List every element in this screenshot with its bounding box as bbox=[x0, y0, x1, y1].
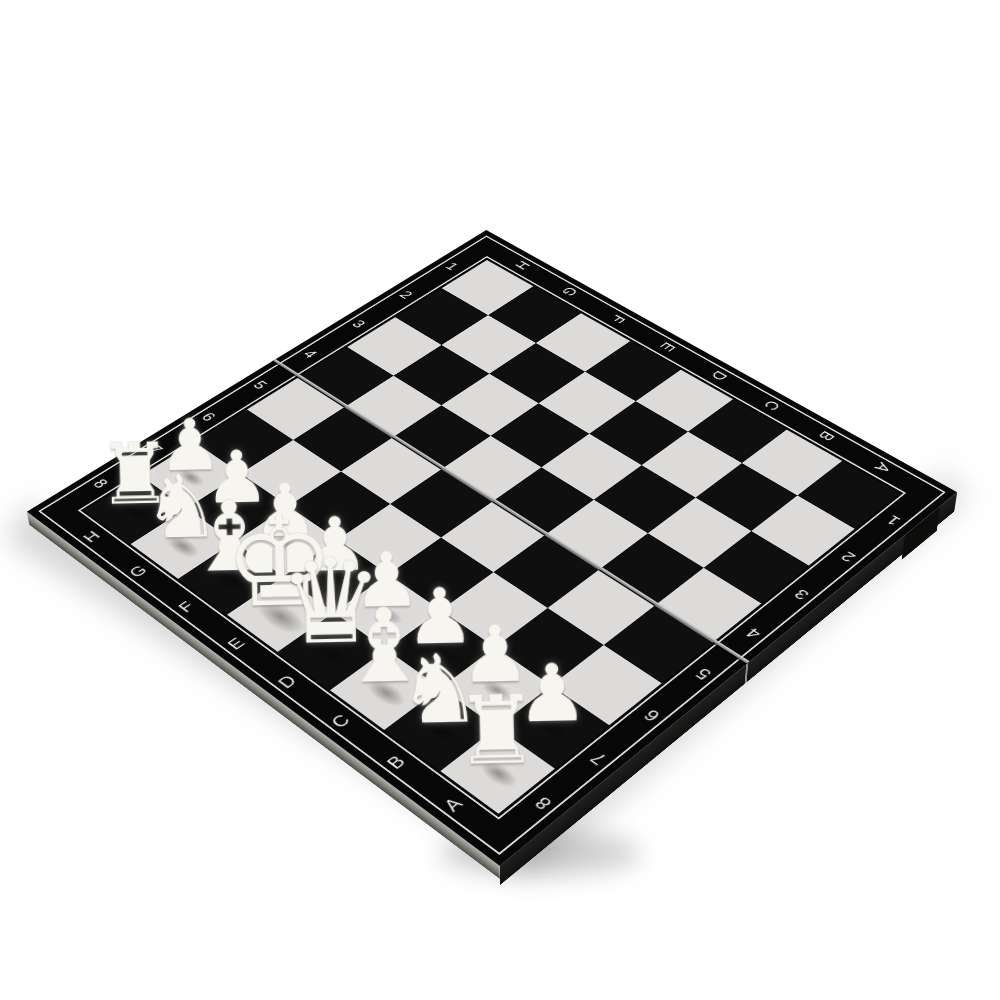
hinge-line bbox=[745, 663, 749, 684]
white-rook-glyph: ♜ bbox=[453, 682, 540, 778]
scene: { "game": "chess", "scene": { "descripti… bbox=[0, 0, 1000, 1000]
chess-board[interactable]: 1234567812345678HGFEDCBAHGFEDCBA♜♞♝♛♚♝♞♜… bbox=[27, 230, 957, 866]
rank-label-right-5-text: 5 bbox=[692, 664, 716, 682]
rank-label-right-4-text: 4 bbox=[742, 624, 766, 642]
